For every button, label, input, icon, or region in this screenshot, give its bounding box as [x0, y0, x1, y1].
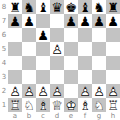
- square-h2[interactable]: ♟♙: [106, 84, 120, 98]
- square-f5[interactable]: [78, 42, 92, 56]
- file-label-g: g: [92, 112, 106, 120]
- piece-black-bishop[interactable]: ♝: [36, 0, 50, 14]
- piece-black-rook[interactable]: ♜: [8, 0, 22, 14]
- rank-labels: 87654321: [0, 0, 8, 112]
- piece-black-rook[interactable]: ♜: [106, 0, 120, 14]
- square-c5[interactable]: [36, 42, 50, 56]
- square-f4[interactable]: [78, 56, 92, 70]
- square-b5[interactable]: [22, 42, 36, 56]
- square-d3[interactable]: [50, 70, 64, 84]
- square-h3[interactable]: [106, 70, 120, 84]
- piece-glyph: ♜: [106, 0, 120, 14]
- piece-outline-layer: ♘: [92, 98, 106, 112]
- file-labels: abcdefgh: [8, 112, 120, 120]
- square-h5[interactable]: [106, 42, 120, 56]
- piece-black-pawn[interactable]: ♟: [22, 14, 36, 28]
- piece-white-pawn[interactable]: ♟♙: [50, 84, 64, 98]
- square-g2[interactable]: ♟♙: [92, 84, 106, 98]
- square-c2[interactable]: ♟♙: [36, 84, 50, 98]
- piece-outline-layer: ♔: [64, 98, 78, 112]
- piece-glyph: ♞: [92, 0, 106, 14]
- piece-outline-layer: ♙: [36, 84, 50, 98]
- square-h8[interactable]: ♜: [106, 0, 120, 14]
- piece-black-pawn[interactable]: ♟: [36, 28, 50, 42]
- piece-black-pawn[interactable]: ♟: [106, 14, 120, 28]
- piece-outline-layer: ♙: [50, 84, 64, 98]
- square-c6[interactable]: ♟: [36, 28, 50, 42]
- piece-white-king[interactable]: ♚♔: [64, 98, 78, 112]
- file-label-a: a: [8, 112, 22, 120]
- piece-outline-layer: ♖: [8, 98, 22, 112]
- square-d2[interactable]: ♟♙: [50, 84, 64, 98]
- file-label-c: c: [36, 112, 50, 120]
- file-label-h: h: [106, 112, 120, 120]
- piece-outline-layer: ♙: [78, 84, 92, 98]
- square-e2[interactable]: [64, 84, 78, 98]
- board[interactable]: ♜♞♝♛♚♝♞♜♟♟♟♟♟♟♟♟♙♟♙♟♙♟♙♟♙♟♙♟♙♟♙♜♖♞♘♝♗♛♕♚…: [8, 0, 120, 112]
- square-b3[interactable]: [22, 70, 36, 84]
- piece-white-pawn[interactable]: ♟♙: [36, 84, 50, 98]
- rank-label-6: 6: [0, 28, 8, 42]
- piece-glyph: ♝: [78, 0, 92, 14]
- square-a1[interactable]: ♜♖: [8, 98, 22, 112]
- piece-black-knight[interactable]: ♞: [92, 0, 106, 14]
- piece-glyph: ♚: [64, 0, 78, 14]
- square-d5[interactable]: ♟♙: [50, 42, 64, 56]
- piece-white-pawn[interactable]: ♟♙: [8, 84, 22, 98]
- piece-outline-layer: ♗: [78, 98, 92, 112]
- piece-outline-layer: ♙: [8, 84, 22, 98]
- piece-white-pawn[interactable]: ♟♙: [78, 84, 92, 98]
- square-d6[interactable]: [50, 28, 64, 42]
- square-f6[interactable]: [78, 28, 92, 42]
- piece-white-rook[interactable]: ♜♖: [106, 98, 120, 112]
- rank-label-7: 7: [0, 14, 8, 28]
- square-e3[interactable]: [64, 70, 78, 84]
- square-h7[interactable]: ♟: [106, 14, 120, 28]
- piece-white-pawn[interactable]: ♟♙: [92, 84, 106, 98]
- piece-white-knight[interactable]: ♞♘: [92, 98, 106, 112]
- rank-label-2: 2: [0, 84, 8, 98]
- piece-outline-layer: ♙: [106, 84, 120, 98]
- piece-glyph: ♝: [36, 0, 50, 14]
- piece-white-rook[interactable]: ♜♖: [8, 98, 22, 112]
- square-f2[interactable]: ♟♙: [78, 84, 92, 98]
- square-c7[interactable]: [36, 14, 50, 28]
- square-b2[interactable]: ♟♙: [22, 84, 36, 98]
- square-c4[interactable]: [36, 56, 50, 70]
- piece-outline-layer: ♕: [50, 98, 64, 112]
- square-c1[interactable]: ♝♗: [36, 98, 50, 112]
- rank-label-5: 5: [0, 42, 8, 56]
- rank-label-4: 4: [0, 56, 8, 70]
- file-label-b: b: [22, 112, 36, 120]
- piece-black-pawn[interactable]: ♟: [92, 14, 106, 28]
- square-a2[interactable]: ♟♙: [8, 84, 22, 98]
- file-label-f: f: [78, 112, 92, 120]
- square-a4[interactable]: [8, 56, 22, 70]
- square-e4[interactable]: [64, 56, 78, 70]
- square-h4[interactable]: [106, 56, 120, 70]
- piece-glyph: ♞: [22, 0, 36, 14]
- piece-glyph: ♟: [106, 14, 120, 28]
- rank-label-8: 8: [0, 0, 8, 14]
- piece-outline-layer: ♘: [22, 98, 36, 112]
- square-g7[interactable]: ♟: [92, 14, 106, 28]
- file-label-d: d: [50, 112, 64, 120]
- piece-outline-layer: ♗: [36, 98, 50, 112]
- square-g5[interactable]: [92, 42, 106, 56]
- rank-label-1: 1: [0, 98, 8, 112]
- square-h6[interactable]: [106, 28, 120, 42]
- square-e5[interactable]: [64, 42, 78, 56]
- piece-black-pawn[interactable]: ♟: [78, 14, 92, 28]
- rank-label-3: 3: [0, 70, 8, 84]
- square-b7[interactable]: ♟: [22, 14, 36, 28]
- square-e7[interactable]: ♟: [64, 14, 78, 28]
- square-c3[interactable]: [36, 70, 50, 84]
- square-g4[interactable]: [92, 56, 106, 70]
- piece-glyph: ♟: [22, 14, 36, 28]
- piece-outline-layer: ♙: [92, 84, 106, 98]
- square-f3[interactable]: [78, 70, 92, 84]
- square-g8[interactable]: ♞: [92, 0, 106, 14]
- square-d7[interactable]: [50, 14, 64, 28]
- square-e6[interactable]: [64, 28, 78, 42]
- square-g3[interactable]: [92, 70, 106, 84]
- square-f8[interactable]: ♝: [78, 0, 92, 14]
- square-c8[interactable]: ♝: [36, 0, 50, 14]
- square-h1[interactable]: ♜♖: [106, 98, 120, 112]
- piece-outline-layer: ♙: [22, 84, 36, 98]
- piece-glyph: ♛: [50, 0, 64, 14]
- square-f7[interactable]: ♟: [78, 14, 92, 28]
- chess-board-diagram: 87654321 ♜♞♝♛♚♝♞♜♟♟♟♟♟♟♟♟♙♟♙♟♙♟♙♟♙♟♙♟♙♟♙…: [0, 0, 120, 120]
- square-d1[interactable]: ♛♕: [50, 98, 64, 112]
- square-b6[interactable]: [22, 28, 36, 42]
- piece-white-pawn[interactable]: ♟♙: [22, 84, 36, 98]
- piece-black-queen[interactable]: ♛: [50, 0, 64, 14]
- square-b4[interactable]: [22, 56, 36, 70]
- piece-glyph: ♟: [36, 28, 50, 42]
- piece-black-knight[interactable]: ♞: [22, 0, 36, 14]
- square-d8[interactable]: ♛: [50, 0, 64, 14]
- piece-white-bishop[interactable]: ♝♗: [78, 98, 92, 112]
- piece-outline-layer: ♖: [106, 98, 120, 112]
- piece-white-pawn[interactable]: ♟♙: [50, 42, 64, 56]
- square-a3[interactable]: [8, 70, 22, 84]
- piece-black-king[interactable]: ♚: [64, 0, 78, 14]
- square-a7[interactable]: ♟: [8, 14, 22, 28]
- square-e1[interactable]: ♚♔: [64, 98, 78, 112]
- square-d4[interactable]: [50, 56, 64, 70]
- piece-white-pawn[interactable]: ♟♙: [106, 84, 120, 98]
- piece-glyph: ♟: [64, 14, 78, 28]
- piece-glyph: ♟: [78, 14, 92, 28]
- piece-glyph: ♟: [92, 14, 106, 28]
- piece-black-pawn[interactable]: ♟: [8, 14, 22, 28]
- square-a5[interactable]: [8, 42, 22, 56]
- square-g1[interactable]: ♞♘: [92, 98, 106, 112]
- square-f1[interactable]: ♝♗: [78, 98, 92, 112]
- piece-outline-layer: ♙: [50, 42, 64, 56]
- square-b8[interactable]: ♞: [22, 0, 36, 14]
- piece-glyph: ♜: [8, 0, 22, 14]
- square-e8[interactable]: ♚: [64, 0, 78, 14]
- file-label-e: e: [64, 112, 78, 120]
- piece-white-knight[interactable]: ♞♘: [22, 98, 36, 112]
- square-g6[interactable]: [92, 28, 106, 42]
- piece-white-queen[interactable]: ♛♕: [50, 98, 64, 112]
- piece-black-bishop[interactable]: ♝: [78, 0, 92, 14]
- piece-black-pawn[interactable]: ♟: [64, 14, 78, 28]
- piece-glyph: ♟: [8, 14, 22, 28]
- square-a8[interactable]: ♜: [8, 0, 22, 14]
- square-b1[interactable]: ♞♘: [22, 98, 36, 112]
- square-a6[interactable]: [8, 28, 22, 42]
- piece-white-bishop[interactable]: ♝♗: [36, 98, 50, 112]
